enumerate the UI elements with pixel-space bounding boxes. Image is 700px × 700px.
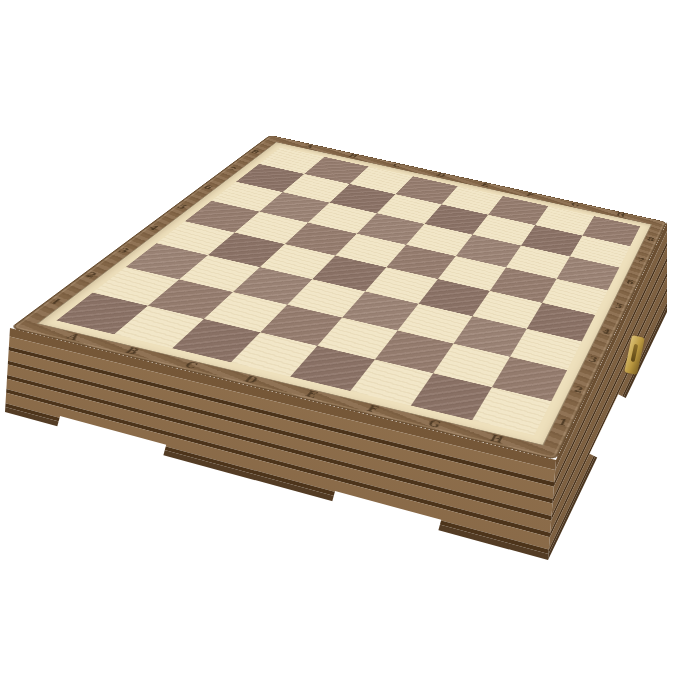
chess-box-photo: AA88BB77CC66DD55EE44FF33GG22HH11	[0, 0, 700, 700]
